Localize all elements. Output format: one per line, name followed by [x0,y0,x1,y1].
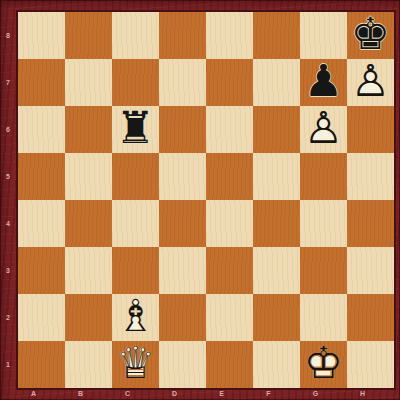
piece-white-pawn[interactable]: ♟♙ [347,56,394,106]
file-label-f: F [245,389,292,400]
square-a3[interactable] [18,247,65,294]
square-f7[interactable] [253,59,300,106]
piece-black-king[interactable]: ♚ [347,9,394,59]
square-a2[interactable] [18,294,65,341]
file-label-b: B [57,389,104,400]
square-d8[interactable] [159,12,206,59]
square-d4[interactable] [159,200,206,247]
square-e7[interactable] [206,59,253,106]
square-h5[interactable] [347,153,394,200]
square-e8[interactable] [206,12,253,59]
white-king-glyph-outline: ♔ [300,338,347,388]
square-b6[interactable] [65,106,112,153]
white-bishop-glyph-outline: ♗ [112,291,159,341]
rank-label-4: 4 [0,200,16,247]
square-d1[interactable] [159,341,206,388]
rank-label-1: 1 [0,341,16,388]
square-f5[interactable] [253,153,300,200]
square-c5[interactable] [112,153,159,200]
rank-label-6: 6 [0,106,16,153]
square-g5[interactable] [300,153,347,200]
piece-white-king[interactable]: ♚♔ [300,338,347,388]
square-h2[interactable] [347,294,394,341]
square-c2[interactable]: ♝♗ [112,294,159,341]
square-f3[interactable] [253,247,300,294]
square-a8[interactable] [18,12,65,59]
square-e4[interactable] [206,200,253,247]
square-c4[interactable] [112,200,159,247]
square-e1[interactable] [206,341,253,388]
square-g8[interactable] [300,12,347,59]
square-a6[interactable] [18,106,65,153]
white-queen-glyph-outline: ♕ [112,338,159,388]
square-c1[interactable]: ♛♕ [112,341,159,388]
square-f2[interactable] [253,294,300,341]
square-e3[interactable] [206,247,253,294]
square-e6[interactable] [206,106,253,153]
piece-white-bishop[interactable]: ♝♗ [112,291,159,341]
square-g7[interactable]: ♟ [300,59,347,106]
white-pawn-glyph-outline: ♙ [347,56,394,106]
black-rook-glyph: ♜ [112,103,159,153]
piece-black-pawn[interactable]: ♟ [300,56,347,106]
square-b5[interactable] [65,153,112,200]
square-a1[interactable] [18,341,65,388]
square-c8[interactable] [112,12,159,59]
rank-label-8: 8 [0,12,16,59]
square-e5[interactable] [206,153,253,200]
square-c6[interactable]: ♜ [112,106,159,153]
square-d5[interactable] [159,153,206,200]
piece-black-rook[interactable]: ♜ [112,103,159,153]
square-g3[interactable] [300,247,347,294]
square-f8[interactable] [253,12,300,59]
square-c3[interactable] [112,247,159,294]
square-d7[interactable] [159,59,206,106]
square-g1[interactable]: ♚♔ [300,341,347,388]
file-label-e: E [198,389,245,400]
square-d3[interactable] [159,247,206,294]
square-f6[interactable] [253,106,300,153]
square-b4[interactable] [65,200,112,247]
file-label-c: C [104,389,151,400]
black-pawn-glyph: ♟ [300,56,347,106]
square-a4[interactable] [18,200,65,247]
square-b2[interactable] [65,294,112,341]
square-b3[interactable] [65,247,112,294]
file-label-a: A [10,389,57,400]
square-h6[interactable] [347,106,394,153]
square-h4[interactable] [347,200,394,247]
piece-white-pawn[interactable]: ♟♙ [300,103,347,153]
square-b1[interactable] [65,341,112,388]
rank-label-7: 7 [0,59,16,106]
square-h8[interactable]: ♚ [347,12,394,59]
square-b8[interactable] [65,12,112,59]
square-e2[interactable] [206,294,253,341]
black-king-glyph: ♚ [347,9,394,59]
square-f1[interactable] [253,341,300,388]
file-label-g: G [292,389,339,400]
rank-label-2: 2 [0,294,16,341]
square-a5[interactable] [18,153,65,200]
square-a7[interactable] [18,59,65,106]
board-frame: ♚♟♟♙♜♟♙♝♗♛♕♚♔ 87654321 ABCDEFGH [0,0,400,400]
white-pawn-glyph-outline: ♙ [300,103,347,153]
square-h7[interactable]: ♟♙ [347,59,394,106]
square-g4[interactable] [300,200,347,247]
square-g6[interactable]: ♟♙ [300,106,347,153]
rank-label-3: 3 [0,247,16,294]
square-b7[interactable] [65,59,112,106]
piece-white-queen[interactable]: ♛♕ [112,338,159,388]
square-d6[interactable] [159,106,206,153]
square-f4[interactable] [253,200,300,247]
square-d2[interactable] [159,294,206,341]
rank-label-5: 5 [0,153,16,200]
file-label-h: H [339,389,386,400]
square-h3[interactable] [347,247,394,294]
board-inner-frame: ♚♟♟♙♜♟♙♝♗♛♕♚♔ [16,10,396,390]
file-label-d: D [151,389,198,400]
square-g2[interactable] [300,294,347,341]
chess-board: ♚♟♟♙♜♟♙♝♗♛♕♚♔ [18,12,394,388]
square-h1[interactable] [347,341,394,388]
square-c7[interactable] [112,59,159,106]
